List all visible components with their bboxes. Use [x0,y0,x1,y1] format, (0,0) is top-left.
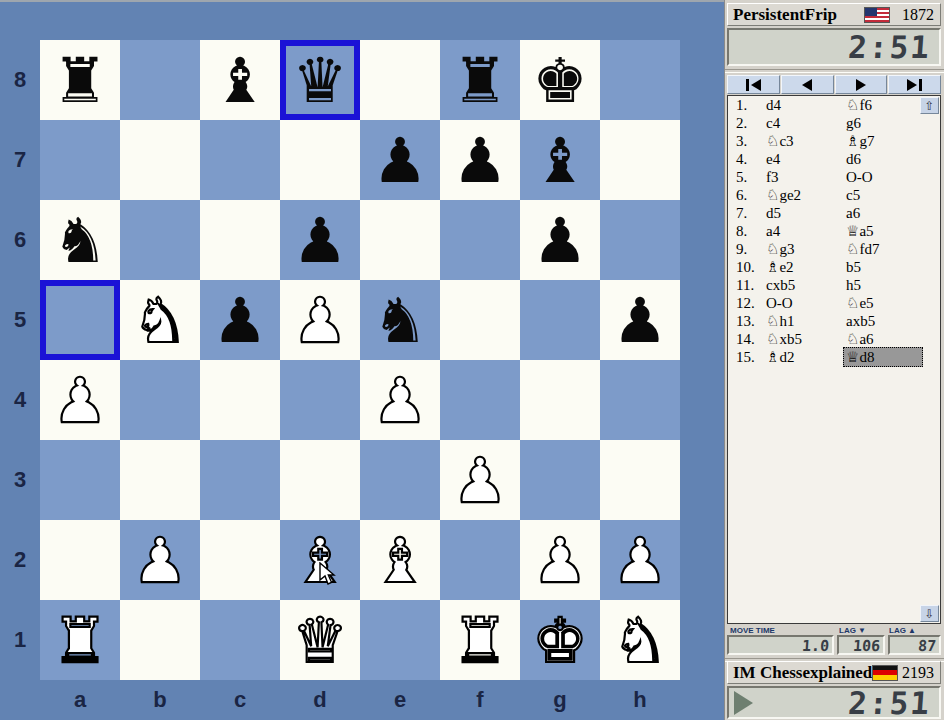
file-label-g: g [520,680,600,720]
white-move-text[interactable]: ♘xb5 [766,331,802,347]
square-c3[interactable] [200,440,280,520]
move-number: 10. [728,259,766,276]
white-move-text[interactable]: ♘ge2 [766,187,801,203]
square-f1[interactable]: ♜ [440,600,520,680]
piece-black-r-f8[interactable]: ♜ [440,40,520,120]
top-clock-time: 2:51 [728,29,941,65]
move-row-14: 14.♘xb5♘a6 [728,330,940,348]
white-move: ♗e2 [766,258,846,276]
piece-white-p-e4[interactable]: ♟ [360,360,440,440]
square-b4[interactable] [120,360,200,440]
square-d4[interactable] [280,360,360,440]
black-move-text[interactable]: a6 [846,205,860,221]
square-d5[interactable]: ♟ [280,280,360,360]
piece-white-p-a4[interactable]: ♟ [40,360,120,440]
black-move-text[interactable]: axb5 [846,313,875,329]
square-h5[interactable]: ♟ [600,280,680,360]
bottom-clock-time: 2:51 [752,685,941,720]
chess-board[interactable]: ♜♝♛♜♚♟♟♝♞♟♟♞♟♟♞♟♟♟♟♟♝♝♟♟♜♛♜♚♞ [40,40,680,680]
move-row-10: 10.♗e2b5 [728,258,940,276]
black-move: ♘e5 [846,294,926,312]
square-e8[interactable] [360,40,440,120]
move-number: 3. [728,133,766,150]
last-bar-icon [919,79,922,91]
move-number: 4. [728,151,766,168]
square-h7[interactable] [600,120,680,200]
piece-black-n-a6[interactable]: ♞ [40,200,120,280]
black-move-text[interactable]: c5 [846,187,860,203]
rank-label-1: 1 [0,600,40,680]
white-move-text[interactable]: c4 [766,115,780,131]
piece-white-p-b2[interactable]: ♟ [120,520,200,600]
rank-label-4: 4 [0,360,40,440]
piece-white-p-d5[interactable]: ♟ [280,280,360,360]
piece-black-p-c5[interactable]: ♟ [200,280,280,360]
move-number: 6. [728,187,766,204]
white-move-text[interactable]: ♘g3 [766,241,794,257]
square-g4[interactable] [520,360,600,440]
scroll-up-button[interactable]: ⇧ [920,97,939,114]
move-row-7: 7.d5a6 [728,204,940,222]
mouse-cursor-icon [318,562,340,586]
black-move: d6 [846,151,926,168]
white-move: ♘g3 [766,240,846,258]
rank-label-2: 2 [0,520,40,600]
white-move-text[interactable]: d4 [766,97,781,113]
forward-triangle-icon [856,79,866,91]
piece-white-k-g1[interactable]: ♚ [520,600,600,680]
white-move-text[interactable]: a4 [766,223,780,239]
black-move: c5 [846,187,926,204]
move-number: 5. [728,169,766,186]
move-number: 7. [728,205,766,222]
square-b8[interactable] [120,40,200,120]
black-move: O-O [846,169,926,186]
square-e2[interactable]: ♝ [360,520,440,600]
square-a6[interactable]: ♞ [40,200,120,280]
square-c5[interactable]: ♟ [200,280,280,360]
window-top-edge [0,0,724,2]
square-h6[interactable] [600,200,680,280]
us-flag-icon [864,7,890,23]
square-g8[interactable]: ♚ [520,40,600,120]
square-h4[interactable] [600,360,680,440]
white-move: d5 [766,205,846,222]
rank-label-6: 6 [0,200,40,280]
square-b1[interactable] [120,600,200,680]
bottom-player-rating: 2193 [898,664,940,682]
square-c7[interactable] [200,120,280,200]
square-f6[interactable] [440,200,520,280]
square-f8[interactable]: ♜ [440,40,520,120]
rank-label-5: 5 [0,280,40,360]
square-a5[interactable] [40,280,120,360]
white-move-text[interactable]: e4 [766,151,780,167]
square-a2[interactable] [40,520,120,600]
move-navigation [727,75,941,94]
white-move: f3 [766,169,846,186]
square-f7[interactable]: ♟ [440,120,520,200]
move-number: 8. [728,223,766,240]
piece-white-r-f1[interactable]: ♜ [440,600,520,680]
square-a7[interactable] [40,120,120,200]
square-b7[interactable] [120,120,200,200]
white-move: c4 [766,115,846,132]
square-c6[interactable] [200,200,280,280]
square-e1[interactable] [360,600,440,680]
black-move-text[interactable]: b5 [846,259,861,275]
move-row-2: 2.c4g6 [728,114,940,132]
square-h3[interactable] [600,440,680,520]
move-number: 1. [728,97,766,114]
nav-first-move-button[interactable] [727,75,780,94]
square-b3[interactable] [120,440,200,520]
piece-black-n-e5[interactable]: ♞ [360,280,440,360]
bottom-player-clock: 2:51 [727,686,941,719]
file-label-a: a [40,680,120,720]
white-move-text[interactable]: cxb5 [766,277,795,293]
top-player-clock: 2:51 [727,28,941,66]
black-move-text[interactable]: ♘f6 [846,97,872,113]
file-label-b: b [120,680,200,720]
square-d2[interactable]: ♝ [280,520,360,600]
rank-label-7: 7 [0,120,40,200]
move-row-9: 9.♘g3♘fd7 [728,240,940,258]
piece-black-p-h5[interactable]: ♟ [600,280,680,360]
piece-black-q-d8[interactable]: ♛ [280,40,360,120]
piece-white-p-g2[interactable]: ♟ [520,520,600,600]
black-move: g6 [846,115,926,132]
rank-labels: 87654321 [0,40,40,680]
square-h2[interactable]: ♟ [600,520,680,600]
white-move: ♘ge2 [766,186,846,204]
move-time-label: MOVE TIME [730,626,775,635]
black-move-text[interactable]: ♘a6 [846,331,874,347]
move-number: 12. [728,295,766,312]
forward-triangle-icon [907,79,917,91]
square-f2[interactable] [440,520,520,600]
panel-divider [725,69,944,73]
square-d7[interactable] [280,120,360,200]
piece-black-r-a8[interactable]: ♜ [40,40,120,120]
white-move: a4 [766,223,846,240]
move-number: 9. [728,241,766,258]
white-move: ♗d2 [766,348,846,366]
piece-black-p-g6[interactable]: ♟ [520,200,600,280]
black-move: b5 [846,259,926,276]
file-label-f: f [440,680,520,720]
file-label-e: e [360,680,440,720]
piece-white-b-e2[interactable]: ♝ [360,520,440,600]
black-move: ♕d8 [846,347,926,367]
piece-white-b-d2[interactable]: ♝ [280,520,360,600]
nav-last-move-button[interactable] [888,75,941,94]
white-move-text[interactable]: d5 [766,205,781,221]
move-number: 11. [728,277,766,294]
black-move: ♘f6 [846,96,926,114]
move-number: 13. [728,313,766,330]
back-triangle-icon [802,79,812,91]
file-label-h: h [600,680,680,720]
square-d3[interactable] [280,440,360,520]
piece-black-p-e7[interactable]: ♟ [360,120,440,200]
black-move-text[interactable]: ♕d8 [843,347,923,367]
square-a1[interactable]: ♜ [40,600,120,680]
bottom-player-bar: IM Chessexplained 2193 [727,661,941,684]
move-row-3: 3.♘c3♗g7 [728,132,940,150]
white-move-text[interactable]: ♗d2 [766,349,794,365]
rank-label-3: 3 [0,440,40,520]
square-d1[interactable]: ♛ [280,600,360,680]
black-move: ♗g7 [846,132,926,150]
square-a8[interactable]: ♜ [40,40,120,120]
black-move-text[interactable]: ♘e5 [846,295,874,311]
square-g5[interactable] [520,280,600,360]
german-flag-icon [872,665,898,681]
white-move: ♘h1 [766,312,846,330]
white-move-text[interactable]: ♘h1 [766,313,794,329]
move-row-8: 8.a4♕a5 [728,222,940,240]
piece-black-k-g8[interactable]: ♚ [520,40,600,120]
square-d6[interactable]: ♟ [280,200,360,280]
chess-client-window: 87654321 abcdefgh ♜♝♛♜♚♟♟♝♞♟♟♞♟♟♞♟♟♟♟♟♝♝… [0,0,944,720]
stats-section: MOVE TIME LAG ▼ LAG ▲ 1.0 106 87 [725,626,944,658]
square-g6[interactable]: ♟ [520,200,600,280]
lag-down-display: 106 [837,635,885,655]
square-b6[interactable] [120,200,200,280]
chess-board-frame: 87654321 abcdefgh ♜♝♛♜♚♟♟♝♞♟♟♞♟♟♞♟♟♟♟♟♝♝… [0,0,724,720]
square-f5[interactable] [440,280,520,360]
file-label-d: d [280,680,360,720]
file-label-c: c [200,680,280,720]
white-move: e4 [766,151,846,168]
square-e3[interactable] [360,440,440,520]
move-number: 14. [728,331,766,348]
square-g1[interactable]: ♚ [520,600,600,680]
black-move-text[interactable]: ♘fd7 [846,241,879,257]
square-e4[interactable]: ♟ [360,360,440,440]
square-e7[interactable]: ♟ [360,120,440,200]
right-panel: PersistentFrip 1872 2:51 ⇧ ⇩ 1.d4♘f62.c4… [724,0,944,720]
square-h1[interactable]: ♞ [600,600,680,680]
piece-white-n-b5[interactable]: ♞ [120,280,200,360]
move-row-15: 15.♗d2♕d8 [728,348,940,366]
bottom-to-move-indicator-icon [734,691,753,715]
black-move: ♘fd7 [846,240,926,258]
white-move-text[interactable]: ♘c3 [766,133,794,149]
move-list: ⇧ ⇩ 1.d4♘f62.c4g63.♘c3♗g74.e4d65.f3O-O6.… [727,95,941,624]
scroll-down-button[interactable]: ⇩ [920,605,939,622]
black-move: ♘a6 [846,330,926,348]
move-time-display: 1.0 [727,635,834,655]
piece-black-b-c8[interactable]: ♝ [200,40,280,120]
square-f4[interactable] [440,360,520,440]
black-move-text[interactable]: ♗g7 [846,133,874,149]
white-move: d4 [766,97,846,114]
square-f3[interactable]: ♟ [440,440,520,520]
white-move-text[interactable]: f3 [766,169,779,185]
square-a3[interactable] [40,440,120,520]
black-move-text[interactable]: h5 [846,277,861,293]
square-b5[interactable]: ♞ [120,280,200,360]
black-move: a6 [846,205,926,222]
square-d8[interactable]: ♛ [280,40,360,120]
move-row-13: 13.♘h1axb5 [728,312,940,330]
move-row-4: 4.e4d6 [728,150,940,168]
black-move-text[interactable]: O-O [846,169,873,185]
square-c1[interactable] [200,600,280,680]
white-move-text[interactable]: ♗e2 [766,259,794,275]
black-move: h5 [846,277,926,294]
bottom-player-name: IM Chessexplained [728,663,872,683]
white-move: O-O [766,295,846,312]
file-labels: abcdefgh [40,680,680,720]
square-a4[interactable]: ♟ [40,360,120,440]
black-move: axb5 [846,313,926,330]
move-row-12: 12.O-O♘e5 [728,294,940,312]
white-move-text[interactable]: O-O [766,295,793,311]
square-h8[interactable] [600,40,680,120]
nav-previous-move-button[interactable] [781,75,834,94]
white-move: ♘c3 [766,132,846,150]
square-c4[interactable] [200,360,280,440]
lag-up-display: 87 [888,635,941,655]
nav-next-move-button[interactable] [835,75,888,94]
square-g3[interactable] [520,440,600,520]
piece-white-r-a1[interactable]: ♜ [40,600,120,680]
black-move-text[interactable]: g6 [846,115,861,131]
square-e5[interactable]: ♞ [360,280,440,360]
lag-up-label: LAG ▲ [889,626,916,635]
move-number: 2. [728,115,766,132]
move-row-6: 6.♘ge2c5 [728,186,940,204]
piece-black-p-f7[interactable]: ♟ [440,120,520,200]
piece-white-q-d1[interactable]: ♛ [280,600,360,680]
piece-white-p-f3[interactable]: ♟ [440,440,520,520]
square-c8[interactable]: ♝ [200,40,280,120]
square-g7[interactable]: ♝ [520,120,600,200]
top-player-bar: PersistentFrip 1872 [727,3,941,26]
piece-white-n-h1[interactable]: ♞ [600,600,680,680]
move-row-1: 1.d4♘f6 [728,96,940,114]
square-e6[interactable] [360,200,440,280]
square-g2[interactable]: ♟ [520,520,600,600]
piece-white-p-h2[interactable]: ♟ [600,520,680,600]
square-b2[interactable]: ♟ [120,520,200,600]
black-move: ♕a5 [846,222,926,240]
piece-black-p-d6[interactable]: ♟ [280,200,360,280]
back-triangle-icon [751,79,761,91]
move-row-11: 11.cxb5h5 [728,276,940,294]
rank-label-8: 8 [0,40,40,120]
black-move-text[interactable]: ♕a5 [846,223,874,239]
lag-down-label: LAG ▼ [839,626,866,635]
piece-black-b-g7[interactable]: ♝ [520,120,600,200]
move-number: 15. [728,349,766,366]
move-row-5: 5.f3O-O [728,168,940,186]
black-move-text[interactable]: d6 [846,151,861,167]
top-player-name: PersistentFrip [728,5,864,25]
white-move: ♘xb5 [766,330,846,348]
square-c2[interactable] [200,520,280,600]
white-move: cxb5 [766,277,846,294]
top-player-rating: 1872 [890,6,940,24]
first-bar-icon [746,79,749,91]
